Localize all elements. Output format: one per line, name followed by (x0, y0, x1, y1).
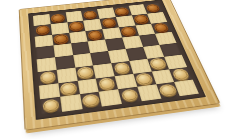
dark-piece[interactable] (69, 22, 84, 32)
product-photo-background (0, 0, 240, 139)
light-piece[interactable] (113, 62, 131, 74)
dark-piece[interactable] (133, 15, 149, 25)
checkers-board (19, 0, 221, 131)
dark-piece[interactable] (53, 34, 68, 45)
dark-piece[interactable] (51, 13, 66, 22)
dark-piece[interactable] (114, 7, 129, 16)
dark-piece[interactable] (101, 18, 117, 28)
light-piece[interactable] (82, 93, 100, 107)
light-piece[interactable] (171, 68, 190, 81)
light-piece[interactable] (149, 58, 167, 70)
light-piece[interactable] (77, 67, 94, 79)
dark-piece[interactable] (87, 30, 103, 40)
light-piece[interactable] (42, 99, 60, 113)
dark-piece[interactable] (120, 26, 136, 36)
light-piece[interactable] (158, 84, 178, 98)
light-piece[interactable] (135, 73, 154, 86)
light-piece[interactable] (40, 71, 57, 84)
dark-piece[interactable] (145, 4, 161, 13)
dark-piece[interactable] (83, 10, 98, 19)
square-a1[interactable] (40, 97, 62, 115)
light-piece[interactable] (120, 88, 139, 102)
square-b1[interactable] (60, 94, 82, 112)
light-piece[interactable] (60, 82, 78, 95)
light-piece[interactable] (98, 77, 116, 90)
dark-piece[interactable] (153, 23, 170, 33)
dark-piece[interactable] (35, 25, 50, 35)
